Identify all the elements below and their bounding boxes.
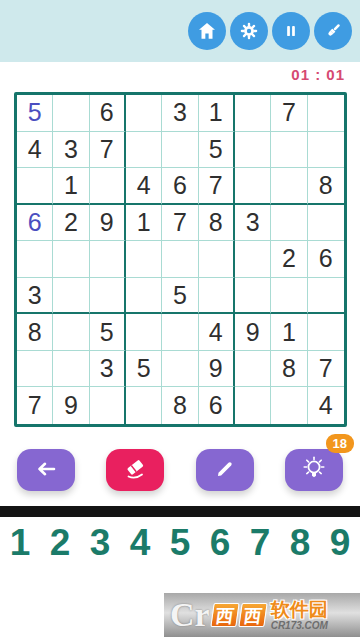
cell-r8c2[interactable] xyxy=(53,351,89,388)
pencil-button[interactable] xyxy=(196,449,254,491)
cell-r6c4[interactable] xyxy=(126,278,162,315)
numpad-4[interactable]: 4 xyxy=(120,518,160,568)
cell-r8c7[interactable] xyxy=(235,351,271,388)
cell-r7c7[interactable]: 9 xyxy=(235,314,271,351)
cell-r1c9[interactable] xyxy=(308,95,344,132)
watermark-xi-tile: 西 xyxy=(238,603,267,627)
numpad-2[interactable]: 2 xyxy=(40,518,80,568)
watermark-xi-tile: 西 xyxy=(210,603,239,627)
cell-r6c9[interactable] xyxy=(308,278,344,315)
cell-r8c3[interactable]: 3 xyxy=(90,351,126,388)
cell-r7c5[interactable] xyxy=(162,314,198,351)
sudoku-board: 5631743751467862917832635854913598779864 xyxy=(14,92,347,427)
cell-r3c5[interactable]: 6 xyxy=(162,168,198,205)
cell-r9c3[interactable] xyxy=(90,387,126,424)
theme-button[interactable] xyxy=(314,12,352,50)
cell-r8c8[interactable]: 8 xyxy=(271,351,307,388)
cell-r5c9[interactable]: 6 xyxy=(308,241,344,278)
numpad-1[interactable]: 1 xyxy=(0,518,40,568)
cell-r5c3[interactable] xyxy=(90,241,126,278)
numpad-3[interactable]: 3 xyxy=(80,518,120,568)
cell-r7c8[interactable]: 1 xyxy=(271,314,307,351)
cell-r4c5[interactable]: 7 xyxy=(162,205,198,242)
gear-icon xyxy=(238,20,260,42)
settings-button[interactable] xyxy=(230,12,268,50)
cell-r6c6[interactable] xyxy=(199,278,235,315)
cell-r1c3[interactable]: 6 xyxy=(90,95,126,132)
cell-r1c4[interactable] xyxy=(126,95,162,132)
cell-r4c1[interactable]: 6 xyxy=(17,205,53,242)
cell-r9c1[interactable]: 7 xyxy=(17,387,53,424)
cell-r1c5[interactable]: 3 xyxy=(162,95,198,132)
cell-r2c2[interactable]: 3 xyxy=(53,132,89,169)
cell-r2c5[interactable] xyxy=(162,132,198,169)
cell-r9c6[interactable]: 6 xyxy=(199,387,235,424)
cell-r6c7[interactable] xyxy=(235,278,271,315)
cell-r8c4[interactable]: 5 xyxy=(126,351,162,388)
divider-bar xyxy=(0,506,360,517)
cell-r4c7[interactable]: 3 xyxy=(235,205,271,242)
hint-count-badge: 18 xyxy=(326,434,354,453)
pause-button[interactable] xyxy=(272,12,310,50)
cell-r2c1[interactable]: 4 xyxy=(17,132,53,169)
cell-r5c6[interactable] xyxy=(199,241,235,278)
eraser-button[interactable] xyxy=(106,449,164,491)
cell-r9c8[interactable] xyxy=(271,387,307,424)
cell-r3c3[interactable] xyxy=(90,168,126,205)
home-icon xyxy=(196,20,218,42)
brush-icon xyxy=(322,20,344,42)
arrow-left-icon xyxy=(33,458,59,483)
cell-r1c6[interactable]: 1 xyxy=(199,95,235,132)
cell-r3c2[interactable]: 1 xyxy=(53,168,89,205)
pause-icon xyxy=(280,20,302,42)
cell-r5c5[interactable] xyxy=(162,241,198,278)
cell-r5c7[interactable] xyxy=(235,241,271,278)
number-pad: 123456789 xyxy=(0,518,360,568)
cell-r1c1[interactable]: 5 xyxy=(17,95,53,132)
cell-r5c8[interactable]: 2 xyxy=(271,241,307,278)
cell-r2c3[interactable]: 7 xyxy=(90,132,126,169)
cell-r8c1[interactable] xyxy=(17,351,53,388)
cell-r6c5[interactable]: 5 xyxy=(162,278,198,315)
cell-r5c1[interactable] xyxy=(17,241,53,278)
cell-r3c9[interactable]: 8 xyxy=(308,168,344,205)
cell-r9c5[interactable]: 8 xyxy=(162,387,198,424)
watermark-cr-logo: Cr xyxy=(170,593,210,637)
cell-r8c5[interactable] xyxy=(162,351,198,388)
cell-r7c9[interactable] xyxy=(308,314,344,351)
cell-r7c2[interactable] xyxy=(53,314,89,351)
cell-r1c8[interactable]: 7 xyxy=(271,95,307,132)
watermark-site-name: 软件园 xyxy=(271,600,328,619)
site-watermark: Cr 西 西 软件园 CR173.COM xyxy=(164,593,360,637)
cell-r9c7[interactable] xyxy=(235,387,271,424)
header-bar xyxy=(0,0,360,62)
cell-r6c2[interactable] xyxy=(53,278,89,315)
timer: 01 : 01 xyxy=(291,66,345,83)
cell-r9c2[interactable]: 9 xyxy=(53,387,89,424)
numpad-5[interactable]: 5 xyxy=(160,518,200,568)
home-button[interactable] xyxy=(188,12,226,50)
pencil-icon xyxy=(213,457,237,484)
lightbulb-icon xyxy=(300,455,328,486)
cell-r8c6[interactable]: 9 xyxy=(199,351,235,388)
numpad-6[interactable]: 6 xyxy=(200,518,240,568)
numpad-8[interactable]: 8 xyxy=(280,518,320,568)
cell-r4c8[interactable] xyxy=(271,205,307,242)
toolbar: 18 xyxy=(0,449,360,491)
cell-r2c7[interactable] xyxy=(235,132,271,169)
cell-r1c2[interactable] xyxy=(53,95,89,132)
cell-r2c6[interactable]: 5 xyxy=(199,132,235,169)
cell-r7c4[interactable] xyxy=(126,314,162,351)
cell-r7c6[interactable]: 4 xyxy=(199,314,235,351)
cell-r9c4[interactable] xyxy=(126,387,162,424)
cell-r4c4[interactable]: 1 xyxy=(126,205,162,242)
eraser-icon xyxy=(122,456,148,485)
header-buttons xyxy=(188,12,352,50)
numpad-7[interactable]: 7 xyxy=(240,518,280,568)
cell-r3c1[interactable] xyxy=(17,168,53,205)
cell-r2c4[interactable] xyxy=(126,132,162,169)
cell-r4c6[interactable]: 8 xyxy=(199,205,235,242)
cell-r3c4[interactable]: 4 xyxy=(126,168,162,205)
cell-r5c4[interactable] xyxy=(126,241,162,278)
cell-r8c9[interactable]: 7 xyxy=(308,351,344,388)
undo-button[interactable] xyxy=(17,449,75,491)
cell-r6c1[interactable]: 3 xyxy=(17,278,53,315)
cell-r6c3[interactable] xyxy=(90,278,126,315)
cell-r3c7[interactable] xyxy=(235,168,271,205)
cell-r2c8[interactable] xyxy=(271,132,307,169)
cell-r3c8[interactable] xyxy=(271,168,307,205)
cell-r4c9[interactable] xyxy=(308,205,344,242)
watermark-site-url: CR173.COM xyxy=(271,621,328,631)
cell-r4c3[interactable]: 9 xyxy=(90,205,126,242)
numpad-9[interactable]: 9 xyxy=(320,518,360,568)
cell-r7c1[interactable]: 8 xyxy=(17,314,53,351)
cell-r1c7[interactable] xyxy=(235,95,271,132)
cell-r2c9[interactable] xyxy=(308,132,344,169)
cell-r4c2[interactable]: 2 xyxy=(53,205,89,242)
cell-r6c8[interactable] xyxy=(271,278,307,315)
cell-r3c6[interactable]: 7 xyxy=(199,168,235,205)
cell-r5c2[interactable] xyxy=(53,241,89,278)
cell-r7c3[interactable]: 5 xyxy=(90,314,126,351)
cell-r9c9[interactable]: 4 xyxy=(308,387,344,424)
hint-button[interactable]: 18 xyxy=(285,449,343,491)
